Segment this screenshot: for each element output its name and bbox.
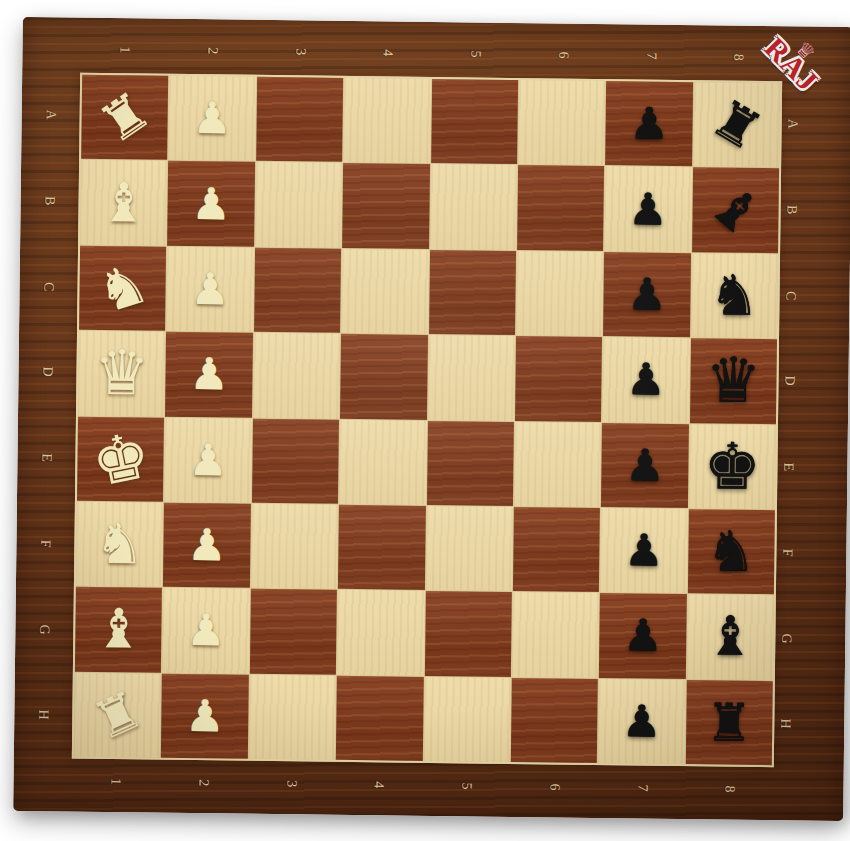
square-A6[interactable] bbox=[518, 80, 605, 165]
square-G6[interactable] bbox=[512, 592, 599, 677]
square-H3[interactable] bbox=[249, 674, 336, 759]
square-G8[interactable]: ♝ bbox=[686, 594, 773, 679]
white-pawn-E2[interactable]: ♟ bbox=[188, 438, 228, 482]
square-F4[interactable] bbox=[338, 505, 425, 590]
square-G7[interactable]: ♟ bbox=[599, 593, 686, 678]
square-H2[interactable]: ♟ bbox=[161, 673, 248, 758]
square-B7[interactable]: ♟ bbox=[604, 166, 691, 251]
square-H8[interactable]: ♜ bbox=[685, 680, 772, 765]
black-pawn-H7[interactable]: ♟ bbox=[622, 699, 662, 743]
white-bishop-G1[interactable]: ♝ bbox=[94, 602, 143, 657]
black-rook-A8[interactable]: ♜ bbox=[703, 91, 770, 160]
square-C8[interactable]: ♞ bbox=[691, 253, 778, 338]
square-F1[interactable]: ♞ bbox=[76, 502, 163, 587]
square-C4[interactable] bbox=[341, 249, 428, 334]
square-F3[interactable] bbox=[251, 504, 338, 589]
square-E5[interactable] bbox=[426, 420, 513, 505]
black-knight-C8[interactable]: ♞ bbox=[709, 267, 760, 324]
square-F8[interactable]: ♞ bbox=[688, 509, 775, 594]
rank-labels-bottom: 12345678 bbox=[71, 764, 773, 809]
square-H7[interactable]: ♟ bbox=[598, 679, 685, 764]
square-G5[interactable] bbox=[424, 591, 511, 676]
square-C1[interactable]: ♞ bbox=[79, 245, 166, 330]
square-A2[interactable]: ♟ bbox=[169, 76, 256, 161]
square-A4[interactable] bbox=[343, 78, 430, 163]
black-bishop-G8[interactable]: ♝ bbox=[706, 610, 755, 665]
white-pawn-H2[interactable]: ♟ bbox=[185, 694, 225, 738]
square-B4[interactable] bbox=[342, 163, 429, 248]
square-H4[interactable] bbox=[336, 675, 423, 760]
black-pawn-D7[interactable]: ♟ bbox=[626, 358, 666, 402]
white-pawn-C2[interactable]: ♟ bbox=[190, 267, 230, 311]
white-rook-H1[interactable]: ♜ bbox=[86, 682, 150, 749]
square-D4[interactable] bbox=[340, 334, 427, 419]
white-knight-C1[interactable]: ♞ bbox=[90, 254, 155, 322]
square-B8[interactable]: ♝ bbox=[692, 168, 779, 253]
square-F5[interactable] bbox=[425, 506, 512, 591]
black-pawn-E7[interactable]: ♟ bbox=[625, 443, 665, 487]
playing-area: ♜♟♟♜♝♟♟♝♞♟♟♞♛♟♟♛♚♟♟♚♞♟♟♞♝♟♟♝♜♟♟♜ bbox=[72, 73, 782, 768]
square-D3[interactable] bbox=[253, 333, 340, 418]
square-B2[interactable]: ♟ bbox=[167, 161, 254, 246]
white-pawn-G2[interactable]: ♟ bbox=[186, 608, 226, 652]
square-B3[interactable] bbox=[255, 162, 342, 247]
black-pawn-B7[interactable]: ♟ bbox=[628, 187, 668, 231]
square-H5[interactable] bbox=[423, 677, 510, 762]
square-A3[interactable] bbox=[256, 77, 343, 162]
white-pawn-F2[interactable]: ♟ bbox=[187, 523, 227, 567]
white-king-E1[interactable]: ♚ bbox=[86, 422, 155, 496]
black-pawn-F7[interactable]: ♟ bbox=[624, 528, 664, 572]
photo-background: { "game": "chess", "product": { "brand":… bbox=[0, 0, 850, 841]
square-H1[interactable]: ♜ bbox=[74, 672, 161, 757]
square-A5[interactable] bbox=[431, 79, 518, 164]
black-bishop-B8[interactable]: ♝ bbox=[699, 174, 771, 247]
square-D5[interactable] bbox=[427, 335, 514, 420]
square-F2[interactable]: ♟ bbox=[163, 503, 250, 588]
white-pawn-A2[interactable]: ♟ bbox=[192, 96, 232, 140]
square-E4[interactable] bbox=[339, 419, 426, 504]
white-pawn-D2[interactable]: ♟ bbox=[189, 352, 229, 396]
square-H6[interactable] bbox=[511, 678, 598, 763]
black-pawn-G7[interactable]: ♟ bbox=[623, 614, 663, 658]
black-pawn-A7[interactable]: ♟ bbox=[629, 102, 669, 146]
square-G3[interactable] bbox=[250, 589, 337, 674]
square-D6[interactable] bbox=[515, 336, 602, 421]
white-pawn-B2[interactable]: ♟ bbox=[191, 182, 231, 226]
white-knight-F1[interactable]: ♞ bbox=[94, 516, 145, 573]
square-D7[interactable]: ♟ bbox=[602, 337, 689, 422]
square-A8[interactable]: ♜ bbox=[693, 82, 780, 167]
file-labels-left: ABCDEFGH bbox=[26, 72, 68, 758]
square-G4[interactable] bbox=[337, 590, 424, 675]
square-C5[interactable] bbox=[429, 250, 516, 335]
board-photo: 12345678 12345678 ABCDEFGH ABCDEFGH ♜♟♟♜… bbox=[13, 17, 850, 821]
white-queen-D1[interactable]: ♛ bbox=[94, 342, 150, 405]
chess-board: 12345678 12345678 ABCDEFGH ABCDEFGH ♜♟♟♜… bbox=[13, 17, 850, 821]
square-D1[interactable]: ♛ bbox=[78, 331, 165, 416]
square-E3[interactable] bbox=[252, 418, 339, 503]
black-queen-D8[interactable]: ♛ bbox=[705, 350, 761, 413]
square-E8[interactable]: ♚ bbox=[689, 424, 776, 509]
square-F6[interactable] bbox=[513, 507, 600, 592]
black-king-E8[interactable]: ♚ bbox=[703, 434, 761, 499]
white-rook-A1[interactable]: ♜ bbox=[91, 83, 159, 152]
square-D8[interactable]: ♛ bbox=[690, 338, 777, 423]
square-D2[interactable]: ♟ bbox=[165, 332, 252, 417]
square-G1[interactable]: ♝ bbox=[75, 587, 162, 672]
white-bishop-B1[interactable]: ♝ bbox=[99, 175, 148, 230]
square-B5[interactable] bbox=[430, 164, 517, 249]
black-pawn-C7[interactable]: ♟ bbox=[627, 272, 667, 316]
square-C7[interactable]: ♟ bbox=[603, 252, 690, 337]
square-E7[interactable]: ♟ bbox=[601, 423, 688, 508]
square-G2[interactable]: ♟ bbox=[162, 588, 249, 673]
square-A1[interactable]: ♜ bbox=[81, 75, 168, 160]
square-C2[interactable]: ♟ bbox=[166, 246, 253, 331]
square-E6[interactable] bbox=[514, 422, 601, 507]
black-rook-H8[interactable]: ♜ bbox=[705, 696, 752, 749]
square-C6[interactable] bbox=[516, 251, 603, 336]
square-B6[interactable] bbox=[517, 165, 604, 250]
square-E2[interactable]: ♟ bbox=[164, 417, 251, 502]
square-F7[interactable]: ♟ bbox=[600, 508, 687, 593]
black-knight-F8[interactable]: ♞ bbox=[706, 523, 757, 580]
square-B1[interactable]: ♝ bbox=[80, 160, 167, 245]
square-E1[interactable]: ♚ bbox=[77, 416, 164, 501]
square-C3[interactable] bbox=[254, 248, 341, 333]
square-A7[interactable]: ♟ bbox=[605, 81, 692, 166]
rank-labels-top: 12345678 bbox=[80, 32, 782, 77]
